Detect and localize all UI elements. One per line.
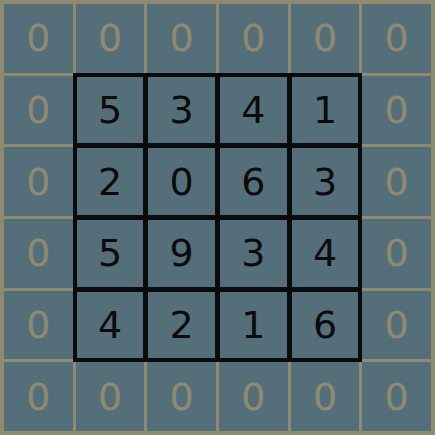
- grid-cell-r4c1[interactable]: 4: [76, 291, 145, 360]
- padding-cell-r2c5: 0: [362, 147, 431, 216]
- grid-cell-r2c3[interactable]: 6: [219, 147, 288, 216]
- grid-cell-r3c4[interactable]: 4: [291, 219, 360, 288]
- padding-cell-r0c0: 0: [4, 4, 73, 73]
- padding-cell-r3c5: 0: [362, 219, 431, 288]
- grid-cell-r3c1[interactable]: 5: [76, 219, 145, 288]
- padding-cell-r5c2: 0: [147, 362, 216, 431]
- padding-cell-r1c5: 0: [362, 76, 431, 145]
- padding-cell-r4c5: 0: [362, 291, 431, 360]
- padding-cell-r3c0: 0: [4, 219, 73, 288]
- padding-cell-r5c0: 0: [4, 362, 73, 431]
- grid-cell-r1c1[interactable]: 5: [76, 76, 145, 145]
- padding-cell-r5c1: 0: [76, 362, 145, 431]
- padding-cell-r0c5: 0: [362, 4, 431, 73]
- grid-cell-r2c1[interactable]: 2: [76, 147, 145, 216]
- grid-cell-r4c3[interactable]: 1: [219, 291, 288, 360]
- grid-cell-r4c4[interactable]: 6: [291, 291, 360, 360]
- padding-cell-r5c4: 0: [291, 362, 360, 431]
- padding-cell-r0c3: 0: [219, 4, 288, 73]
- padding-cell-r4c0: 0: [4, 291, 73, 360]
- grid-cell-r3c2[interactable]: 9: [147, 219, 216, 288]
- board: 000000053410020630059340042160000000: [0, 0, 435, 435]
- padding-cell-r0c4: 0: [291, 4, 360, 73]
- padding-cell-r0c2: 0: [147, 4, 216, 73]
- grid-cell-r3c3[interactable]: 3: [219, 219, 288, 288]
- padding-cell-r2c0: 0: [4, 147, 73, 216]
- padding-cell-r5c5: 0: [362, 362, 431, 431]
- grid-cell-r2c2[interactable]: 0: [147, 147, 216, 216]
- padding-cell-r0c1: 0: [76, 4, 145, 73]
- grid-cell-r1c4[interactable]: 1: [291, 76, 360, 145]
- padding-cell-r5c3: 0: [219, 362, 288, 431]
- grid-cell-r2c4[interactable]: 3: [291, 147, 360, 216]
- grid-cell-r1c3[interactable]: 4: [219, 76, 288, 145]
- grid-cell-r1c2[interactable]: 3: [147, 76, 216, 145]
- grid-cell-r4c2[interactable]: 2: [147, 291, 216, 360]
- padding-cell-r1c0: 0: [4, 76, 73, 145]
